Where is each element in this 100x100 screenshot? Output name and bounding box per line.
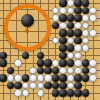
black-stone [0, 52, 7, 59]
black-stone [37, 59, 44, 66]
white-stone [37, 82, 44, 89]
white-stone [67, 37, 74, 44]
black-stone [22, 74, 29, 81]
placement-marker-icon [25, 29, 29, 33]
black-stone [67, 89, 74, 96]
black-stone [59, 29, 66, 36]
white-stone [44, 74, 51, 81]
black-stone [52, 22, 59, 29]
black-stone [14, 82, 21, 89]
magnifier-grid-line [8, 9, 47, 10]
white-stone [14, 59, 21, 66]
go-app-screen [0, 0, 100, 100]
white-stone [82, 22, 89, 29]
white-stone [67, 0, 74, 7]
white-stone [14, 74, 21, 81]
white-stone [29, 74, 36, 81]
black-stone [44, 67, 51, 74]
white-stone [74, 67, 81, 74]
black-stone [59, 74, 66, 81]
black-stone [52, 67, 59, 74]
black-stone [22, 52, 29, 59]
white-stone [89, 74, 96, 81]
white-stone [52, 14, 59, 21]
white-stone [29, 67, 36, 74]
black-stone [82, 74, 89, 81]
white-stone [82, 37, 89, 44]
black-stone [44, 59, 51, 66]
black-stone [67, 59, 74, 66]
white-stone [67, 82, 74, 89]
white-stone [22, 82, 29, 89]
black-stone [74, 7, 81, 14]
black-stone [0, 59, 7, 66]
white-stone [67, 7, 74, 14]
white-stone [74, 44, 81, 51]
white-stone [82, 44, 89, 51]
black-stone [59, 37, 66, 44]
black-stone [67, 22, 74, 29]
magnifier-grid-line [8, 42, 47, 43]
black-stone [82, 59, 89, 66]
black-stone [7, 82, 14, 89]
white-stone [59, 67, 66, 74]
magnifier-ring [4, 4, 51, 51]
white-stone [74, 59, 81, 66]
black-stone [52, 74, 59, 81]
white-stone [67, 74, 74, 81]
white-stone [22, 89, 29, 96]
white-stone [7, 74, 14, 81]
black-stone [82, 0, 89, 7]
black-stone [37, 52, 44, 59]
white-stone [89, 67, 96, 74]
black-stone [82, 7, 89, 14]
black-stone [52, 82, 59, 89]
black-stone [37, 67, 44, 74]
grid-line [0, 55, 100, 56]
white-stone [67, 52, 74, 59]
white-stone [59, 22, 66, 29]
black-stone [59, 82, 66, 89]
white-stone [89, 7, 96, 14]
white-stone [82, 14, 89, 21]
white-stone [29, 82, 36, 89]
white-stone [37, 89, 44, 96]
black-stone [59, 44, 66, 51]
black-stone [74, 14, 81, 21]
black-stone [82, 67, 89, 74]
white-stone [59, 7, 66, 14]
grid-line [3, 0, 4, 100]
white-stone [89, 14, 96, 21]
black-stone [82, 89, 89, 96]
black-stone [52, 89, 59, 96]
black-stone [74, 74, 81, 81]
black-stone [74, 29, 81, 36]
black-stone [67, 44, 74, 51]
black-stone [74, 0, 81, 7]
white-stone [74, 22, 81, 29]
white-stone [89, 59, 96, 66]
black-stone [44, 82, 51, 89]
white-stone [52, 59, 59, 66]
white-stone [74, 52, 81, 59]
white-stone [14, 89, 21, 96]
magnifier-grid-line [16, 8, 17, 47]
white-stone [67, 67, 74, 74]
white-stone [52, 37, 59, 44]
black-stone [59, 0, 66, 7]
white-stone [37, 74, 44, 81]
black-stone [74, 82, 81, 89]
black-stone [74, 37, 81, 44]
black-stone [59, 52, 66, 59]
black-stone [74, 89, 81, 96]
black-stone [67, 29, 74, 36]
black-stone [0, 74, 7, 81]
black-stone [7, 67, 14, 74]
magnifier-pending-stone [21, 14, 34, 27]
magnifier-grid-line [38, 8, 39, 47]
white-stone [52, 7, 59, 14]
black-stone [59, 59, 66, 66]
black-stone [59, 14, 66, 21]
black-stone [59, 89, 66, 96]
white-stone [82, 29, 89, 36]
black-stone [67, 14, 74, 21]
white-stone [89, 29, 96, 36]
